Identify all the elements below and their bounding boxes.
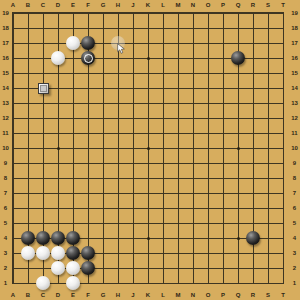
coordinate-label-col-bottom: D: [53, 290, 63, 299]
coordinate-label-col-top: M: [173, 0, 183, 9]
coordinate-label-row-right: 7: [289, 189, 300, 197]
coordinate-label-col-top: K: [143, 0, 153, 9]
coordinate-label-col-bottom: P: [218, 290, 228, 299]
coordinate-label-row-right: 14: [289, 84, 300, 92]
coordinate-label-row-right: 1: [289, 279, 300, 287]
black-stone: [81, 261, 95, 275]
coordinate-label-col-bottom: R: [248, 290, 258, 299]
coordinate-label-col-bottom: K: [143, 290, 153, 299]
coordinate-label-row-left: 18: [0, 24, 11, 32]
coordinate-label-col-top: H: [113, 0, 123, 9]
coordinate-label-row-left: 8: [0, 174, 11, 182]
white-stone: [51, 51, 65, 65]
coordinate-label-col-bottom: F: [83, 290, 93, 299]
coordinate-label-row-right: 11: [289, 129, 300, 137]
coordinate-label-col-bottom: L: [158, 290, 168, 299]
star-point: [147, 147, 150, 150]
coordinate-label-row-left: 6: [0, 204, 11, 212]
coordinate-label-col-top: T: [278, 0, 288, 9]
coordinate-label-col-bottom: Q: [233, 290, 243, 299]
white-stone: [66, 276, 80, 290]
black-stone: [81, 246, 95, 260]
coordinate-label-row-left: 4: [0, 234, 11, 242]
white-stone: [66, 36, 80, 50]
coordinate-label-col-bottom: O: [203, 290, 213, 299]
coordinate-label-row-right: 5: [289, 219, 300, 227]
star-point: [57, 147, 60, 150]
coordinate-label-col-bottom: A: [8, 290, 18, 299]
coordinate-label-row-left: 14: [0, 84, 11, 92]
coordinate-label-row-left: 11: [0, 129, 11, 137]
black-stone: [246, 231, 260, 245]
coordinate-label-col-top: G: [98, 0, 108, 9]
coordinate-label-row-right: 15: [289, 69, 300, 77]
coordinate-label-row-left: 10: [0, 144, 11, 152]
coordinate-label-col-top: Q: [233, 0, 243, 9]
star-point: [237, 147, 240, 150]
coordinate-label-row-right: 2: [289, 264, 300, 272]
white-stone: [51, 261, 65, 275]
coordinate-label-row-left: 19: [0, 9, 11, 17]
white-stone: [21, 246, 35, 260]
coordinate-label-row-right: 17: [289, 39, 300, 47]
mouse-cursor-icon: [117, 41, 125, 53]
star-point: [147, 57, 150, 60]
star-point: [237, 237, 240, 240]
coordinate-label-row-left: 17: [0, 39, 11, 47]
coordinate-label-row-right: 13: [289, 99, 300, 107]
coordinate-label-col-top: N: [188, 0, 198, 9]
coordinate-label-row-left: 15: [0, 69, 11, 77]
black-stone: [231, 51, 245, 65]
coordinate-label-col-bottom: G: [98, 290, 108, 299]
square-marker-face: [40, 85, 47, 92]
coordinate-label-col-top: D: [53, 0, 63, 9]
coordinate-label-col-top: L: [158, 0, 168, 9]
coordinate-label-col-bottom: T: [278, 290, 288, 299]
coordinate-label-row-left: 12: [0, 114, 11, 122]
coordinate-label-col-bottom: J: [128, 290, 138, 299]
coordinate-label-col-top: P: [218, 0, 228, 9]
coordinate-label-row-right: 6: [289, 204, 300, 212]
coordinate-label-row-left: 3: [0, 249, 11, 257]
coordinate-label-row-right: 18: [289, 24, 300, 32]
coordinate-label-row-right: 8: [289, 174, 300, 182]
coordinate-label-col-bottom: E: [68, 290, 78, 299]
black-stone: [81, 36, 95, 50]
coordinate-label-col-bottom: B: [23, 290, 33, 299]
coordinate-label-col-top: A: [8, 0, 18, 9]
white-stone: [36, 276, 50, 290]
coordinate-label-row-right: 10: [289, 144, 300, 152]
coordinate-label-row-left: 1: [0, 279, 11, 287]
last-move-circle-marker: [84, 54, 93, 63]
coordinate-label-col-top: R: [248, 0, 258, 9]
coordinate-label-row-right: 12: [289, 114, 300, 122]
coordinate-label-col-bottom: H: [113, 290, 123, 299]
coordinate-label-row-right: 4: [289, 234, 300, 242]
black-stone: [66, 246, 80, 260]
coordinate-label-col-top: J: [128, 0, 138, 9]
black-stone: [36, 231, 50, 245]
coordinate-label-col-top: B: [23, 0, 33, 9]
white-stone: [66, 261, 80, 275]
coordinate-label-row-left: 7: [0, 189, 11, 197]
coordinate-label-col-bottom: S: [263, 290, 273, 299]
coordinate-label-row-left: 13: [0, 99, 11, 107]
star-point: [147, 237, 150, 240]
coordinate-label-col-bottom: C: [38, 290, 48, 299]
coordinate-label-col-top: F: [83, 0, 93, 9]
coordinate-label-row-right: 19: [289, 9, 300, 17]
white-stone: [36, 246, 50, 260]
coordinate-label-col-bottom: M: [173, 290, 183, 299]
coordinate-label-row-left: 5: [0, 219, 11, 227]
coordinate-label-row-left: 2: [0, 264, 11, 272]
coordinate-label-row-left: 9: [0, 159, 11, 167]
go-board[interactable]: AABBCCDDEEFFGGHHJJKKLLMMNNOOPPQQRRSSTT19…: [0, 0, 300, 300]
black-stone: [66, 231, 80, 245]
coordinate-label-col-top: C: [38, 0, 48, 9]
go-board-screenshot: AABBCCDDEEFFGGHHJJKKLLMMNNOOPPQQRRSSTT19…: [0, 0, 300, 300]
white-stone: [51, 246, 65, 260]
coordinate-label-col-top: E: [68, 0, 78, 9]
coordinate-label-col-top: S: [263, 0, 273, 9]
coordinate-label-col-bottom: N: [188, 290, 198, 299]
black-stone: [21, 231, 35, 245]
coordinate-label-row-right: 9: [289, 159, 300, 167]
coordinate-label-row-left: 16: [0, 54, 11, 62]
square-marker: [38, 83, 49, 94]
coordinate-label-row-right: 16: [289, 54, 300, 62]
black-stone: [51, 231, 65, 245]
coordinate-label-row-right: 3: [289, 249, 300, 257]
coordinate-label-col-top: O: [203, 0, 213, 9]
